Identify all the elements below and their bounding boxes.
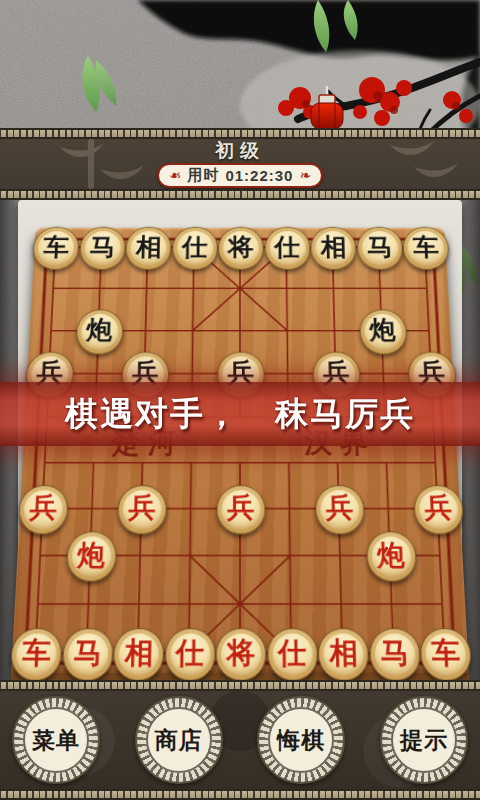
meander-border-top: [0, 128, 480, 139]
ink-wash: [138, 0, 480, 60]
shop-button[interactable]: 商店: [135, 696, 223, 784]
board-field: 车马相仕将仕相马车炮炮兵兵兵兵兵兵兵兵兵兵炮炮车马相仕将仕相马车: [35, 247, 444, 653]
piece-black-b[interactable]: 相: [125, 227, 172, 270]
header: 初级 ☙ 用时 01:22:30 ❧: [0, 128, 480, 200]
time-label: 用时: [187, 166, 219, 185]
piece-black-k[interactable]: 将: [218, 227, 264, 270]
ink-wash-right: [461, 50, 480, 136]
piece-red-p[interactable]: 兵: [216, 485, 265, 534]
shop-button-label: 商店: [155, 725, 203, 756]
piece-black-a[interactable]: 仕: [171, 227, 217, 270]
piece-red-p[interactable]: 兵: [117, 485, 167, 534]
game-screen: 初级 ☙ 用时 01:22:30 ❧ 楚: [0, 0, 480, 800]
xiangqi-board[interactable]: 楚 河 汉 界 车马相仕将仕相马车炮炮兵兵兵兵兵兵兵兵兵兵炮炮车马相仕将仕相马车: [10, 228, 469, 689]
piece-black-n[interactable]: 马: [356, 227, 403, 270]
idiom-banner-text: 棋遇对手， 秣马厉兵: [65, 392, 415, 437]
hint-button[interactable]: 提示: [380, 696, 468, 784]
piece-red-k[interactable]: 将: [216, 628, 267, 681]
piece-black-a[interactable]: 仕: [264, 227, 310, 270]
idiom-banner: 棋遇对手， 秣马厉兵: [0, 382, 480, 446]
menu-button[interactable]: 菜单: [12, 696, 100, 784]
ornament-right-icon: ❧: [299, 168, 311, 182]
menu-button-label: 菜单: [32, 725, 80, 756]
piece-red-p[interactable]: 兵: [18, 485, 69, 534]
meander-border-bottom: [0, 189, 480, 200]
piece-red-c[interactable]: 炮: [65, 532, 116, 582]
bottom-bar: 菜单 商店 悔棋 提示: [0, 680, 480, 800]
piece-black-c[interactable]: 炮: [359, 309, 407, 354]
time-value: 01:22:30: [225, 167, 293, 184]
time-box: ☙ 用时 01:22:30 ❧: [157, 163, 323, 188]
piece-red-c[interactable]: 炮: [365, 532, 416, 582]
lantern-icon: [311, 86, 343, 129]
piece-red-a[interactable]: 仕: [267, 628, 318, 681]
level-title: 初级: [215, 141, 265, 161]
bamboo-leaves-left-icon: [82, 56, 116, 112]
piece-red-p[interactable]: 兵: [315, 485, 365, 534]
meander-border-bar-top: [0, 680, 480, 691]
ornament-left-icon: ☙: [169, 168, 182, 182]
piece-black-b[interactable]: 相: [310, 227, 357, 270]
hint-button-label: 提示: [400, 725, 448, 756]
piece-red-b[interactable]: 相: [318, 628, 370, 681]
meander-border-screen-bottom: [0, 789, 480, 800]
piece-black-r[interactable]: 车: [32, 227, 80, 270]
piece-black-c[interactable]: 炮: [75, 309, 123, 354]
piece-red-a[interactable]: 仕: [164, 628, 215, 681]
bamboo-leaves-top-icon: [314, 0, 358, 52]
undo-button[interactable]: 悔棋: [257, 696, 345, 784]
undo-button-label: 悔棋: [277, 725, 325, 756]
piece-black-n[interactable]: 马: [79, 227, 126, 270]
